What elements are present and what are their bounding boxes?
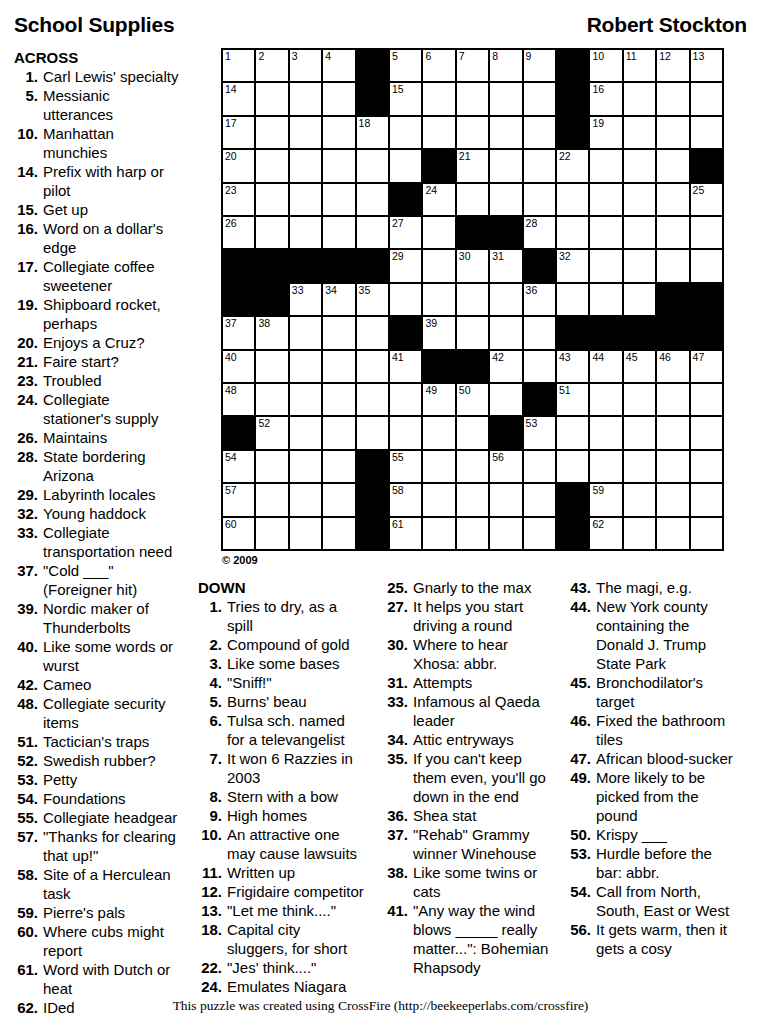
cell-r2c8[interactable] bbox=[457, 83, 488, 114]
clue-number: 15. bbox=[14, 200, 38, 219]
clue-text: Like some twins or cats bbox=[413, 863, 551, 901]
cell-r1c9[interactable]: 8 bbox=[490, 50, 521, 81]
cell-r6c14[interactable] bbox=[657, 217, 688, 248]
cell-r10c10[interactable] bbox=[524, 351, 555, 382]
cell-r13c7[interactable] bbox=[423, 451, 454, 482]
cell-r10c4[interactable] bbox=[323, 351, 354, 382]
cell-r5c6 bbox=[390, 184, 421, 215]
cell-r14c4[interactable] bbox=[323, 484, 354, 515]
clue-down-27: 27.It helps you start driving a round bbox=[384, 597, 551, 635]
cell-number: 52 bbox=[258, 417, 270, 429]
cell-r8c12[interactable] bbox=[590, 284, 621, 315]
cell-r5c9[interactable] bbox=[490, 184, 521, 215]
cell-r14c1[interactable]: 57 bbox=[223, 484, 254, 515]
clue-text: Bronchodilator's target bbox=[596, 673, 734, 711]
cell-r13c1[interactable]: 54 bbox=[223, 451, 254, 482]
cell-r10c11[interactable]: 43 bbox=[557, 351, 588, 382]
cell-r10c12[interactable]: 44 bbox=[590, 351, 621, 382]
cell-r1c3[interactable]: 3 bbox=[290, 50, 321, 81]
clue-text: Burns' beau bbox=[227, 692, 365, 711]
cell-r15c10[interactable] bbox=[524, 518, 555, 549]
cell-r3c3[interactable] bbox=[290, 117, 321, 148]
cell-r13c9[interactable]: 56 bbox=[490, 451, 521, 482]
cell-r4c7 bbox=[423, 150, 454, 181]
clue-text: "Thanks for clearing that up!" bbox=[43, 827, 181, 865]
cell-r9c13 bbox=[624, 317, 655, 348]
cell-r4c1[interactable]: 20 bbox=[223, 150, 254, 181]
clue-across-48: 48.Collegiate security items bbox=[14, 694, 181, 732]
cell-r14c2[interactable] bbox=[256, 484, 287, 515]
cell-r12c2[interactable]: 52 bbox=[256, 417, 287, 448]
cell-r12c14[interactable] bbox=[657, 417, 688, 448]
clue-across-37: 37."Cold ___" (Foreigner hit) bbox=[14, 561, 181, 599]
clue-number: 37. bbox=[384, 825, 408, 863]
clue-text: Word with Dutch or heat bbox=[43, 960, 181, 998]
cell-number: 22 bbox=[559, 150, 571, 162]
cell-r6c15[interactable] bbox=[691, 217, 722, 248]
cell-r14c3[interactable] bbox=[290, 484, 321, 515]
cell-number: 7 bbox=[459, 50, 465, 62]
clue-down-13: 13."Let me think...." bbox=[198, 901, 365, 920]
cell-r4c2[interactable] bbox=[256, 150, 287, 181]
cell-r3c15[interactable] bbox=[691, 117, 722, 148]
cell-r5c14[interactable] bbox=[657, 184, 688, 215]
cell-r13c4[interactable] bbox=[323, 451, 354, 482]
clue-down-5: 5.Burns' beau bbox=[198, 692, 365, 711]
cell-r14c9[interactable] bbox=[490, 484, 521, 515]
cell-r10c15[interactable]: 47 bbox=[691, 351, 722, 382]
cell-r14c13[interactable] bbox=[624, 484, 655, 515]
cell-r2c3[interactable] bbox=[290, 83, 321, 114]
cell-r11c8[interactable]: 50 bbox=[457, 384, 488, 415]
cell-r12c15[interactable] bbox=[691, 417, 722, 448]
cell-r15c12[interactable]: 62 bbox=[590, 518, 621, 549]
cell-r3c2[interactable] bbox=[256, 117, 287, 148]
clue-across-10: 10.Manhattan munchies bbox=[14, 124, 181, 162]
cell-r2c1[interactable]: 14 bbox=[223, 83, 254, 114]
cell-r12c4[interactable] bbox=[323, 417, 354, 448]
cell-r2c10[interactable] bbox=[524, 83, 555, 114]
cell-r5c8[interactable] bbox=[457, 184, 488, 215]
clue-across-40: 40.Like some words or wurst bbox=[14, 637, 181, 675]
cell-r6c7[interactable] bbox=[423, 217, 454, 248]
cell-r3c14[interactable] bbox=[657, 117, 688, 148]
cell-r7c7[interactable] bbox=[423, 250, 454, 281]
cell-r9c10[interactable] bbox=[524, 317, 555, 348]
cell-r11c5[interactable] bbox=[357, 384, 388, 415]
cell-r3c13[interactable] bbox=[624, 117, 655, 148]
cell-r1c4[interactable]: 4 bbox=[323, 50, 354, 81]
clue-number: 58. bbox=[14, 865, 38, 903]
cell-r2c14[interactable] bbox=[657, 83, 688, 114]
cell-r7c10 bbox=[524, 250, 555, 281]
cell-number: 36 bbox=[526, 284, 538, 296]
cell-r5c11[interactable] bbox=[557, 184, 588, 215]
clue-text: Like some words or wurst bbox=[43, 637, 181, 675]
clue-text: Enjoys a Cruz? bbox=[43, 333, 181, 352]
clue-text: "Sniff!" bbox=[227, 673, 365, 692]
cell-r7c12[interactable] bbox=[590, 250, 621, 281]
cell-r7c6[interactable]: 29 bbox=[390, 250, 421, 281]
cell-r6c1[interactable]: 26 bbox=[223, 217, 254, 248]
cell-r13c11[interactable] bbox=[557, 451, 588, 482]
cell-r13c12[interactable] bbox=[590, 451, 621, 482]
cell-r13c8[interactable] bbox=[457, 451, 488, 482]
clue-number: 31. bbox=[384, 673, 408, 692]
down-clue-column-1: DOWN 1.Tries to dry, as a spill2.Compoun… bbox=[198, 578, 365, 996]
cell-number: 41 bbox=[392, 351, 404, 363]
clue-down-37: 37."Rehab" Grammy winner Winehouse bbox=[384, 825, 551, 863]
cell-r1c14[interactable]: 12 bbox=[657, 50, 688, 81]
cell-r10c9[interactable]: 42 bbox=[490, 351, 521, 382]
cell-r5c15[interactable]: 25 bbox=[691, 184, 722, 215]
clue-number: 8. bbox=[198, 787, 222, 806]
cell-r4c11[interactable]: 22 bbox=[557, 150, 588, 181]
cell-r11c6[interactable] bbox=[390, 384, 421, 415]
clue-number: 10. bbox=[14, 124, 38, 162]
cell-r4c5[interactable] bbox=[357, 150, 388, 181]
cell-r12c6[interactable] bbox=[390, 417, 421, 448]
cell-r9c7[interactable]: 39 bbox=[423, 317, 454, 348]
clue-text: Collegiate transportation need bbox=[43, 523, 181, 561]
cell-number: 20 bbox=[225, 150, 237, 162]
cell-r13c14[interactable] bbox=[657, 451, 688, 482]
clue-number: 18. bbox=[198, 920, 222, 958]
clue-down-46: 46.Fixed the bathroom tiles bbox=[567, 711, 734, 749]
cell-r9c9[interactable] bbox=[490, 317, 521, 348]
cell-r14c8[interactable] bbox=[457, 484, 488, 515]
cell-r9c3[interactable] bbox=[290, 317, 321, 348]
cell-r4c10[interactable] bbox=[524, 150, 555, 181]
clue-number: 61. bbox=[14, 960, 38, 998]
clue-number: 33. bbox=[14, 523, 38, 561]
clue-text: Stern with a bow bbox=[227, 787, 365, 806]
cell-r8c6[interactable] bbox=[390, 284, 421, 315]
cell-r15c1[interactable]: 60 bbox=[223, 518, 254, 549]
cell-r2c12[interactable]: 16 bbox=[590, 83, 621, 114]
cell-r13c3[interactable] bbox=[290, 451, 321, 482]
cell-r12c10[interactable]: 53 bbox=[524, 417, 555, 448]
clue-number: 54. bbox=[567, 882, 591, 920]
cell-r15c6[interactable]: 61 bbox=[390, 518, 421, 549]
cell-r3c4[interactable] bbox=[323, 117, 354, 148]
cell-r4c14[interactable] bbox=[657, 150, 688, 181]
clue-across-32: 32.Young haddock bbox=[14, 504, 181, 523]
cell-r7c14[interactable] bbox=[657, 250, 688, 281]
cell-r11c2[interactable] bbox=[256, 384, 287, 415]
cell-r7c8[interactable]: 30 bbox=[457, 250, 488, 281]
cell-r8c8[interactable] bbox=[457, 284, 488, 315]
cell-r6c4[interactable] bbox=[323, 217, 354, 248]
cell-r10c2[interactable] bbox=[256, 351, 287, 382]
cell-r2c13[interactable] bbox=[624, 83, 655, 114]
clue-number: 16. bbox=[14, 219, 38, 257]
clue-text: The magi, e.g. bbox=[596, 578, 734, 597]
clue-text: Carl Lewis' specialty bbox=[43, 67, 181, 86]
cell-r13c2[interactable] bbox=[256, 451, 287, 482]
clue-number: 33. bbox=[384, 692, 408, 730]
clue-text: Pierre's pals bbox=[43, 903, 181, 922]
clue-across-39: 39.Nordic maker of Thunderbolts bbox=[14, 599, 181, 637]
clue-down-12: 12.Frigidaire competitor bbox=[198, 882, 365, 901]
clue-text: Nordic maker of Thunderbolts bbox=[43, 599, 181, 637]
cell-r5c10[interactable] bbox=[524, 184, 555, 215]
clue-text: Gnarly to the max bbox=[413, 578, 551, 597]
cell-r6c5[interactable] bbox=[357, 217, 388, 248]
cell-r10c3[interactable] bbox=[290, 351, 321, 382]
clue-across-60: 60.Where cubs might report bbox=[14, 922, 181, 960]
clue-down-43: 43.The magi, e.g. bbox=[567, 578, 734, 597]
clue-text: Prefix with harp or pilot bbox=[43, 162, 181, 200]
cell-r3c10[interactable] bbox=[524, 117, 555, 148]
clue-text: It won 6 Razzies in 2003 bbox=[227, 749, 365, 787]
cell-r10c14[interactable]: 46 bbox=[657, 351, 688, 382]
clue-number: 45. bbox=[567, 673, 591, 711]
clue-number: 17. bbox=[14, 257, 38, 295]
cell-r8c3[interactable]: 33 bbox=[290, 284, 321, 315]
cell-r11c9[interactable] bbox=[490, 384, 521, 415]
cell-r1c10[interactable]: 9 bbox=[524, 50, 555, 81]
cell-r12c12[interactable] bbox=[590, 417, 621, 448]
cell-r11c12[interactable] bbox=[590, 384, 621, 415]
cell-r8c14 bbox=[657, 284, 688, 315]
cell-r8c4[interactable]: 34 bbox=[323, 284, 354, 315]
cell-r4c4[interactable] bbox=[323, 150, 354, 181]
cell-r5c13[interactable] bbox=[624, 184, 655, 215]
cell-r5c4[interactable] bbox=[323, 184, 354, 215]
clue-down-3: 3.Like some bases bbox=[198, 654, 365, 673]
cell-number: 40 bbox=[225, 351, 237, 363]
cell-r6c13[interactable] bbox=[624, 217, 655, 248]
cell-r8c10[interactable]: 36 bbox=[524, 284, 555, 315]
cell-r2c15[interactable] bbox=[691, 83, 722, 114]
cell-r8c11[interactable] bbox=[557, 284, 588, 315]
cell-number: 42 bbox=[492, 351, 504, 363]
cell-r1c12[interactable]: 10 bbox=[590, 50, 621, 81]
cell-number: 48 bbox=[225, 384, 237, 396]
cell-r1c2[interactable]: 2 bbox=[256, 50, 287, 81]
cell-r1c7[interactable]: 6 bbox=[423, 50, 454, 81]
cell-number: 45 bbox=[626, 351, 638, 363]
cell-number: 61 bbox=[392, 518, 404, 530]
cell-r10c1[interactable]: 40 bbox=[223, 351, 254, 382]
cell-r2c6[interactable]: 15 bbox=[390, 83, 421, 114]
cell-r5c12[interactable] bbox=[590, 184, 621, 215]
clue-across-54: 54.Foundations bbox=[14, 789, 181, 808]
clue-number: 56. bbox=[567, 920, 591, 958]
crossword-grid[interactable]: 1234567891011121314151617181920212223242… bbox=[221, 48, 724, 551]
cell-r2c7[interactable] bbox=[423, 83, 454, 114]
clue-text: Word on a dollar's edge bbox=[43, 219, 181, 257]
cell-r1c5 bbox=[357, 50, 388, 81]
cell-number: 47 bbox=[693, 351, 705, 363]
cell-r2c9[interactable] bbox=[490, 83, 521, 114]
cell-r14c6[interactable]: 58 bbox=[390, 484, 421, 515]
cell-r3c5[interactable]: 18 bbox=[357, 117, 388, 148]
cell-r12c3[interactable] bbox=[290, 417, 321, 448]
clue-down-49: 49.More likely to be picked from the pou… bbox=[567, 768, 734, 825]
cell-r11c4[interactable] bbox=[323, 384, 354, 415]
cell-r11c13[interactable] bbox=[624, 384, 655, 415]
clue-down-50: 50.Krispy ___ bbox=[567, 825, 734, 844]
cell-r9c2[interactable]: 38 bbox=[256, 317, 287, 348]
cell-r13c10[interactable] bbox=[524, 451, 555, 482]
cell-r14c14[interactable] bbox=[657, 484, 688, 515]
cell-r6c10[interactable]: 28 bbox=[524, 217, 555, 248]
cell-r2c4[interactable] bbox=[323, 83, 354, 114]
cell-r9c4[interactable] bbox=[323, 317, 354, 348]
cell-r1c15[interactable]: 13 bbox=[691, 50, 722, 81]
cell-r4c6[interactable] bbox=[390, 150, 421, 181]
cell-r5c5[interactable] bbox=[357, 184, 388, 215]
clue-down-36: 36.Shea stat bbox=[384, 806, 551, 825]
cell-r4c9[interactable] bbox=[490, 150, 521, 181]
cell-r1c8[interactable]: 7 bbox=[457, 50, 488, 81]
cell-r14c12[interactable]: 59 bbox=[590, 484, 621, 515]
cell-r14c15[interactable] bbox=[691, 484, 722, 515]
clue-text: "Let me think...." bbox=[227, 901, 365, 920]
cell-r6c3[interactable] bbox=[290, 217, 321, 248]
cell-r15c14[interactable] bbox=[657, 518, 688, 549]
cell-r8c1 bbox=[223, 284, 254, 315]
cell-r15c7[interactable] bbox=[423, 518, 454, 549]
cell-r4c8[interactable]: 21 bbox=[457, 150, 488, 181]
cell-number: 5 bbox=[392, 50, 398, 62]
cell-r15c4[interactable] bbox=[323, 518, 354, 549]
cell-r1c1[interactable]: 1 bbox=[223, 50, 254, 81]
clue-number: 53. bbox=[14, 770, 38, 789]
clue-down-2: 2.Compound of gold bbox=[198, 635, 365, 654]
clue-text: Capital city sluggers, for short bbox=[227, 920, 365, 958]
cell-r10c5[interactable] bbox=[357, 351, 388, 382]
clue-down-33: 33.Infamous al Qaeda leader bbox=[384, 692, 551, 730]
cell-r6c11[interactable] bbox=[557, 217, 588, 248]
cell-r11c3[interactable] bbox=[290, 384, 321, 415]
cell-r12c13[interactable] bbox=[624, 417, 655, 448]
clue-number: 5. bbox=[14, 86, 38, 124]
down-clue-list-1: 1.Tries to dry, as a spill2.Compound of … bbox=[198, 597, 365, 996]
cell-r8c9[interactable] bbox=[490, 284, 521, 315]
cell-r5c2[interactable] bbox=[256, 184, 287, 215]
clue-number: 10. bbox=[198, 825, 222, 863]
cell-r15c3[interactable] bbox=[290, 518, 321, 549]
cell-r3c8[interactable] bbox=[457, 117, 488, 148]
clue-text: An attractive one may cause lawsuits bbox=[227, 825, 365, 863]
cell-r8c7[interactable] bbox=[423, 284, 454, 315]
cell-r15c15[interactable] bbox=[691, 518, 722, 549]
cell-r7c9[interactable]: 31 bbox=[490, 250, 521, 281]
cell-r14c10[interactable] bbox=[524, 484, 555, 515]
cell-number: 27 bbox=[392, 217, 404, 229]
cell-r7c11[interactable]: 32 bbox=[557, 250, 588, 281]
cell-r4c3[interactable] bbox=[290, 150, 321, 181]
cell-r15c13[interactable] bbox=[624, 518, 655, 549]
cell-r6c12[interactable] bbox=[590, 217, 621, 248]
cell-r12c7[interactable] bbox=[423, 417, 454, 448]
cell-r10c13[interactable]: 45 bbox=[624, 351, 655, 382]
cell-r13c13[interactable] bbox=[624, 451, 655, 482]
cell-r8c5[interactable]: 35 bbox=[357, 284, 388, 315]
cell-r1c13[interactable]: 11 bbox=[624, 50, 655, 81]
cell-r15c8[interactable] bbox=[457, 518, 488, 549]
cell-r1c6[interactable]: 5 bbox=[390, 50, 421, 81]
cell-r13c15[interactable] bbox=[691, 451, 722, 482]
cell-r11c11[interactable]: 51 bbox=[557, 384, 588, 415]
cell-r11c15[interactable] bbox=[691, 384, 722, 415]
cell-r9c8[interactable] bbox=[457, 317, 488, 348]
cell-r5c7[interactable]: 24 bbox=[423, 184, 454, 215]
cell-r6c6[interactable]: 27 bbox=[390, 217, 421, 248]
cell-r11c7[interactable]: 49 bbox=[423, 384, 454, 415]
cell-number: 46 bbox=[659, 351, 671, 363]
clue-number: 1. bbox=[14, 67, 38, 86]
clue-text: Emulates Niagara bbox=[227, 977, 365, 996]
cell-r11c1[interactable]: 48 bbox=[223, 384, 254, 415]
cell-r12c5[interactable] bbox=[357, 417, 388, 448]
cell-r14c7[interactable] bbox=[423, 484, 454, 515]
clue-number: 20. bbox=[14, 333, 38, 352]
clue-number: 34. bbox=[384, 730, 408, 749]
clue-down-11: 11.Written up bbox=[198, 863, 365, 882]
cell-r4c13[interactable] bbox=[624, 150, 655, 181]
clue-down-54: 54.Call from North, South, East or West bbox=[567, 882, 734, 920]
cell-r4c12[interactable] bbox=[590, 150, 621, 181]
cell-r8c13[interactable] bbox=[624, 284, 655, 315]
cell-r5c3[interactable] bbox=[290, 184, 321, 215]
clue-text: Shipboard rocket, perhaps bbox=[43, 295, 181, 333]
cell-r3c12[interactable]: 19 bbox=[590, 117, 621, 148]
cell-r2c2[interactable] bbox=[256, 83, 287, 114]
clue-across-1: 1.Carl Lewis' specialty bbox=[14, 67, 181, 86]
cell-r3c1[interactable]: 17 bbox=[223, 117, 254, 148]
clue-number: 60. bbox=[14, 922, 38, 960]
clue-across-53: 53.Petty bbox=[14, 770, 181, 789]
cell-r3c6[interactable] bbox=[390, 117, 421, 148]
cell-r3c11 bbox=[557, 117, 588, 148]
cell-r7c13[interactable] bbox=[624, 250, 655, 281]
cell-r12c11[interactable] bbox=[557, 417, 588, 448]
cell-r12c8[interactable] bbox=[457, 417, 488, 448]
cell-r6c2[interactable] bbox=[256, 217, 287, 248]
cell-number: 57 bbox=[225, 484, 237, 496]
cell-r11c14[interactable] bbox=[657, 384, 688, 415]
across-clue-column: ACROSS 1.Carl Lewis' specialty5.Messiani… bbox=[14, 48, 181, 1017]
clue-number: 54. bbox=[14, 789, 38, 808]
across-clue-list: 1.Carl Lewis' specialty5.Messianic utter… bbox=[14, 67, 181, 1017]
clue-down-44: 44.New York county containing the Donald… bbox=[567, 597, 734, 673]
cell-r3c9[interactable] bbox=[490, 117, 521, 148]
clue-text: Manhattan munchies bbox=[43, 124, 181, 162]
clue-number: 29. bbox=[14, 485, 38, 504]
clue-across-21: 21.Faire start? bbox=[14, 352, 181, 371]
clue-number: 50. bbox=[567, 825, 591, 844]
cell-r13c6[interactable]: 55 bbox=[390, 451, 421, 482]
cell-r7c2 bbox=[256, 250, 287, 281]
cell-r15c9[interactable] bbox=[490, 518, 521, 549]
cell-r10c6[interactable]: 41 bbox=[390, 351, 421, 382]
cell-r7c15[interactable] bbox=[691, 250, 722, 281]
cell-r9c1[interactable]: 37 bbox=[223, 317, 254, 348]
clue-number: 36. bbox=[384, 806, 408, 825]
cell-r15c2[interactable] bbox=[256, 518, 287, 549]
clue-down-38: 38.Like some twins or cats bbox=[384, 863, 551, 901]
clue-number: 40. bbox=[14, 637, 38, 675]
cell-r3c7[interactable] bbox=[423, 117, 454, 148]
clue-down-24: 24.Emulates Niagara bbox=[198, 977, 365, 996]
cell-r9c5[interactable] bbox=[357, 317, 388, 348]
clue-number: 7. bbox=[198, 749, 222, 787]
cell-r5c1[interactable]: 23 bbox=[223, 184, 254, 215]
